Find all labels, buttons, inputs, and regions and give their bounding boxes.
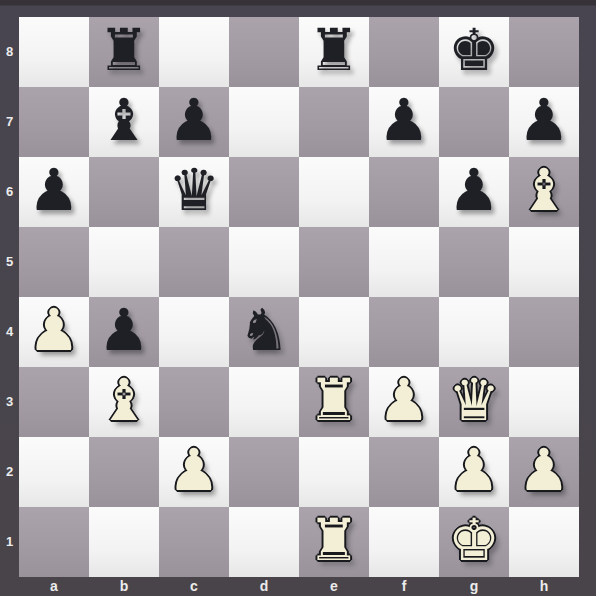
square-a2[interactable] [19, 437, 89, 507]
black-pawn-c7: ♟ [159, 87, 229, 157]
black-knight-d4: ♞ [229, 297, 299, 367]
file-labels: abcdefgh [19, 577, 579, 596]
square-b2[interactable] [89, 437, 159, 507]
file-label-b: b [89, 577, 159, 596]
rank-label-8: 8 [0, 17, 19, 87]
square-b6[interactable] [89, 157, 159, 227]
square-a8[interactable] [19, 17, 89, 87]
square-h1[interactable] [509, 507, 579, 577]
square-h4[interactable] [509, 297, 579, 367]
square-e2[interactable] [299, 437, 369, 507]
square-e6[interactable] [299, 157, 369, 227]
square-a7[interactable] [19, 87, 89, 157]
square-g2[interactable]: ♟ [439, 437, 509, 507]
rank-label-7: 7 [0, 87, 19, 157]
square-d3[interactable] [229, 367, 299, 437]
black-pawn-a6: ♟ [19, 157, 89, 227]
white-pawn-g2: ♟ [439, 437, 509, 507]
square-b7[interactable]: ♝ [89, 87, 159, 157]
square-g6[interactable]: ♟ [439, 157, 509, 227]
square-e1[interactable]: ♜ [299, 507, 369, 577]
black-king-g8: ♚ [439, 17, 509, 87]
square-a1[interactable] [19, 507, 89, 577]
square-e7[interactable] [299, 87, 369, 157]
square-e8[interactable]: ♜ [299, 17, 369, 87]
file-label-c: c [159, 577, 229, 596]
square-h5[interactable] [509, 227, 579, 297]
square-c4[interactable] [159, 297, 229, 367]
square-g1[interactable]: ♚ [439, 507, 509, 577]
rank-labels: 87654321 [0, 17, 19, 577]
square-b3[interactable]: ♝ [89, 367, 159, 437]
board-frame: 87654321 ♜♜♚♝♟♟♟♟♛♟♝♟♟♞♝♜♟♛♟♟♟♜♚ abcdefg… [0, 0, 596, 596]
square-c2[interactable]: ♟ [159, 437, 229, 507]
white-rook-e3: ♜ [299, 367, 369, 437]
chessboard: ♜♜♚♝♟♟♟♟♛♟♝♟♟♞♝♜♟♛♟♟♟♜♚ [19, 17, 579, 577]
square-d2[interactable] [229, 437, 299, 507]
white-king-g1: ♚ [439, 507, 509, 577]
black-queen-c6: ♛ [159, 157, 229, 227]
rank-label-5: 5 [0, 227, 19, 297]
black-pawn-h7: ♟ [509, 87, 579, 157]
square-b4[interactable]: ♟ [89, 297, 159, 367]
square-a5[interactable] [19, 227, 89, 297]
square-d5[interactable] [229, 227, 299, 297]
white-queen-g3: ♛ [439, 367, 509, 437]
square-c7[interactable]: ♟ [159, 87, 229, 157]
square-e4[interactable] [299, 297, 369, 367]
square-d8[interactable] [229, 17, 299, 87]
square-g3[interactable]: ♛ [439, 367, 509, 437]
square-f6[interactable] [369, 157, 439, 227]
square-d4[interactable]: ♞ [229, 297, 299, 367]
square-d6[interactable] [229, 157, 299, 227]
square-h3[interactable] [509, 367, 579, 437]
square-c3[interactable] [159, 367, 229, 437]
rank-label-6: 6 [0, 157, 19, 227]
black-rook-e8: ♜ [299, 17, 369, 87]
white-pawn-f3: ♟ [369, 367, 439, 437]
square-g5[interactable] [439, 227, 509, 297]
rank-label-4: 4 [0, 297, 19, 367]
square-g8[interactable]: ♚ [439, 17, 509, 87]
square-e3[interactable]: ♜ [299, 367, 369, 437]
white-pawn-c2: ♟ [159, 437, 229, 507]
square-f4[interactable] [369, 297, 439, 367]
square-f1[interactable] [369, 507, 439, 577]
rank-label-2: 2 [0, 437, 19, 507]
square-f2[interactable] [369, 437, 439, 507]
white-bishop-h6: ♝ [509, 157, 579, 227]
file-label-h: h [509, 577, 579, 596]
square-e5[interactable] [299, 227, 369, 297]
black-pawn-g6: ♟ [439, 157, 509, 227]
square-g4[interactable] [439, 297, 509, 367]
square-h6[interactable]: ♝ [509, 157, 579, 227]
square-c1[interactable] [159, 507, 229, 577]
white-bishop-b3: ♝ [89, 367, 159, 437]
square-b8[interactable]: ♜ [89, 17, 159, 87]
black-pawn-f7: ♟ [369, 87, 439, 157]
square-d7[interactable] [229, 87, 299, 157]
square-h2[interactable]: ♟ [509, 437, 579, 507]
square-h8[interactable] [509, 17, 579, 87]
square-c5[interactable] [159, 227, 229, 297]
square-h7[interactable]: ♟ [509, 87, 579, 157]
square-g7[interactable] [439, 87, 509, 157]
file-label-f: f [369, 577, 439, 596]
square-c8[interactable] [159, 17, 229, 87]
black-bishop-b7: ♝ [89, 87, 159, 157]
file-label-g: g [439, 577, 509, 596]
square-b1[interactable] [89, 507, 159, 577]
black-rook-b8: ♜ [89, 17, 159, 87]
rank-label-3: 3 [0, 367, 19, 437]
square-f7[interactable]: ♟ [369, 87, 439, 157]
white-pawn-h2: ♟ [509, 437, 579, 507]
black-pawn-b4: ♟ [89, 297, 159, 367]
square-d1[interactable] [229, 507, 299, 577]
white-rook-e1: ♜ [299, 507, 369, 577]
file-label-a: a [19, 577, 89, 596]
file-label-e: e [299, 577, 369, 596]
square-a4[interactable]: ♟ [19, 297, 89, 367]
rank-label-1: 1 [0, 507, 19, 577]
square-f5[interactable] [369, 227, 439, 297]
square-a6[interactable]: ♟ [19, 157, 89, 227]
square-c6[interactable]: ♛ [159, 157, 229, 227]
square-f3[interactable]: ♟ [369, 367, 439, 437]
file-label-d: d [229, 577, 299, 596]
square-f8[interactable] [369, 17, 439, 87]
square-a3[interactable] [19, 367, 89, 437]
white-pawn-a4: ♟ [19, 297, 89, 367]
square-b5[interactable] [89, 227, 159, 297]
